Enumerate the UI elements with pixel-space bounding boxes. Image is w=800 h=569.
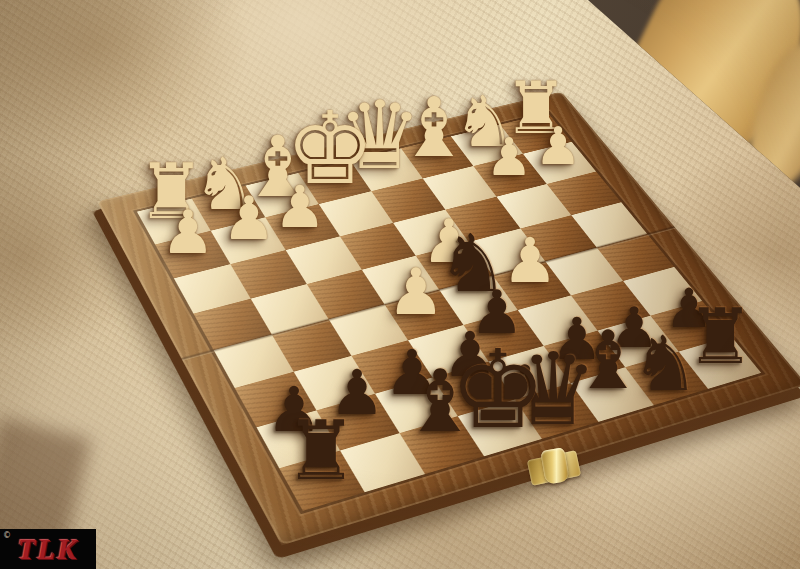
watermark-logo: © TLK — [0, 529, 96, 569]
logo-text: TLK — [18, 533, 79, 566]
brass-clasp — [527, 447, 581, 493]
chess-board — [173, 133, 719, 480]
copyright-icon: © — [3, 531, 11, 540]
photo-scene: ♜♞♝♚♛♝♞♜♟♟♟♟♟♟♟♟♞♟♟♟♟♟♟♟♟♜♝♚♛♝♞♜ © TLK — [0, 0, 800, 569]
